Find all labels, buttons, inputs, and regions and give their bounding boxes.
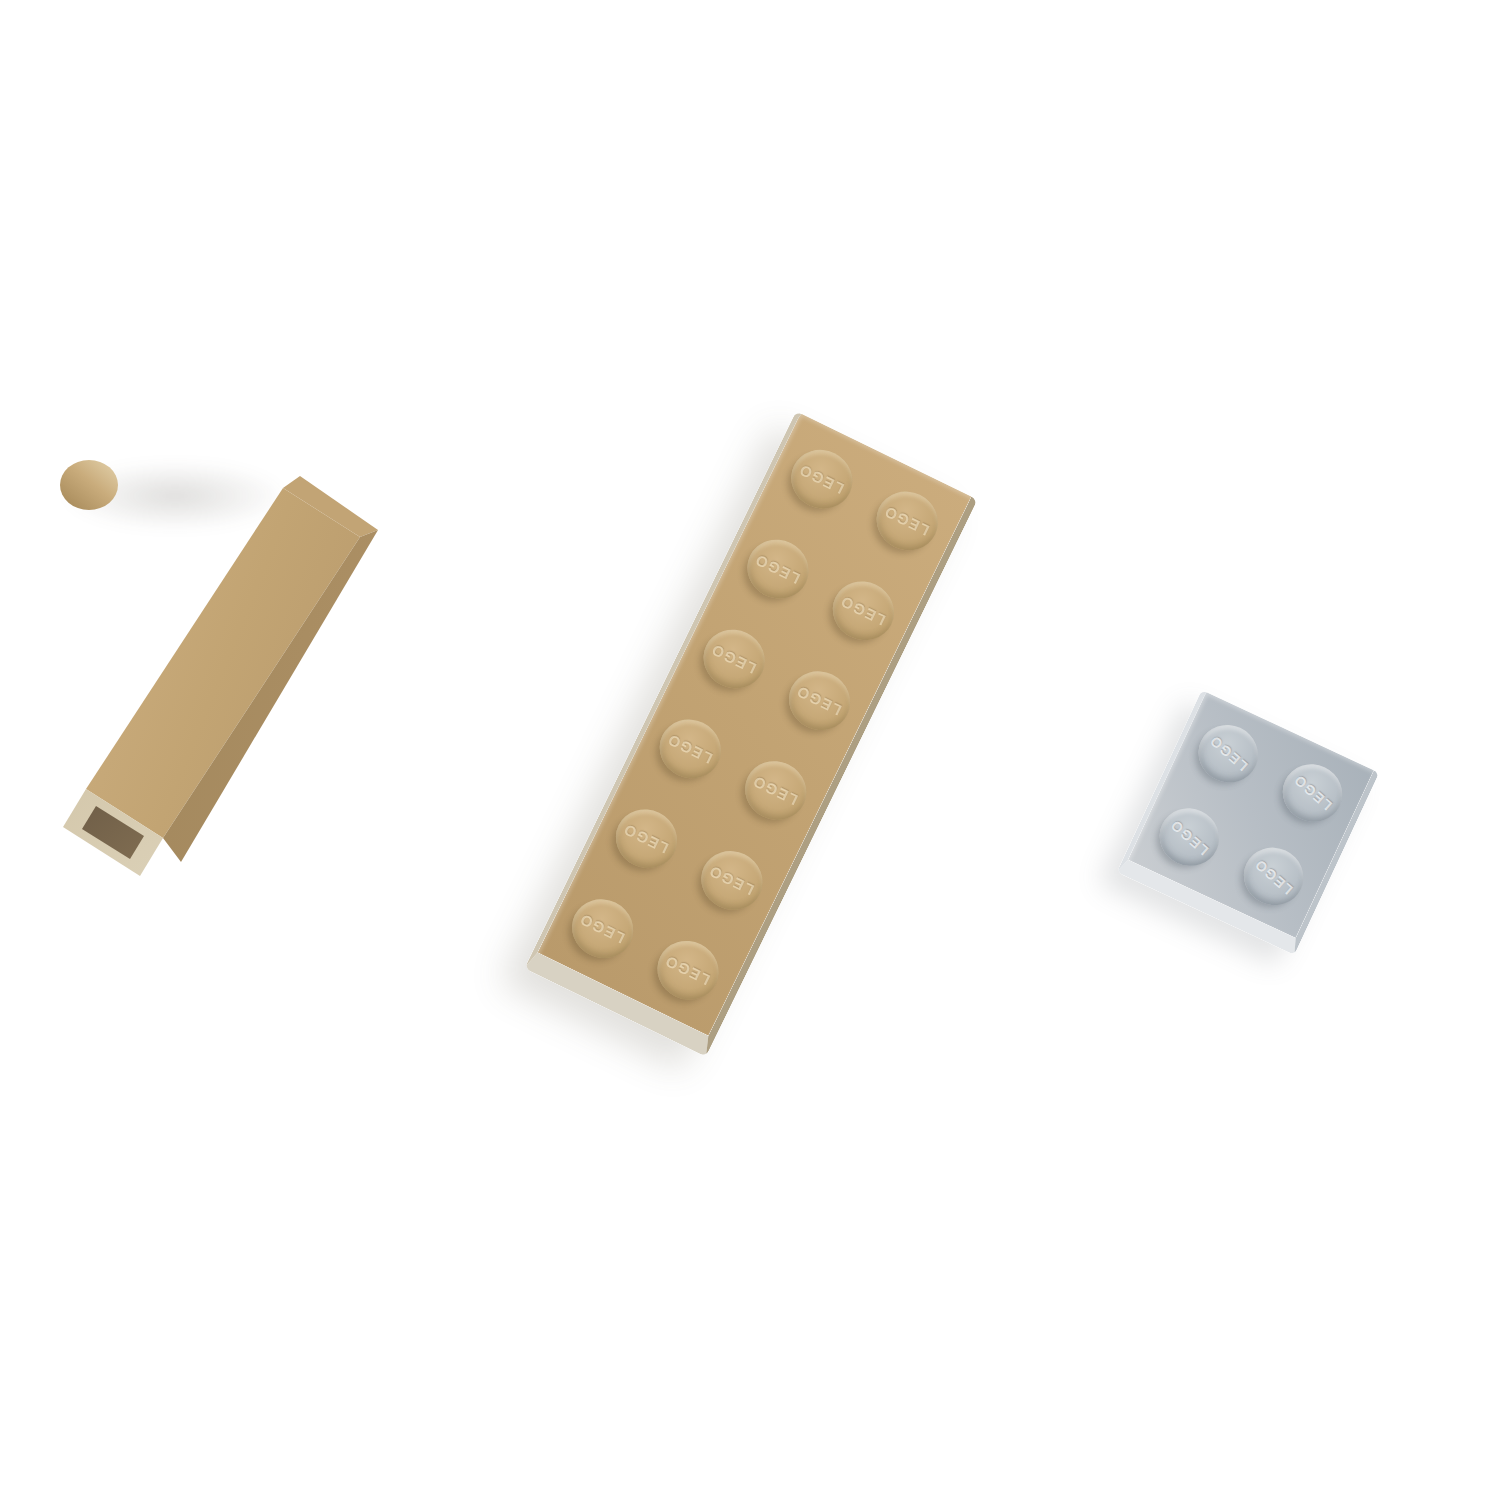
stud-lego-embossing: LEGO — [1207, 733, 1251, 774]
stud: LEGO — [735, 751, 816, 830]
stud-lego-embossing: LEGO — [1251, 856, 1295, 897]
stud: LEGO — [866, 481, 947, 560]
stud: LEGO — [605, 799, 686, 878]
stud: LEGO — [647, 930, 728, 1009]
plate-2x6: LEGOLEGOLEGOLEGOLEGOLEGOLEGOLEGOLEGOLEGO… — [524, 411, 977, 1057]
stud: LEGO — [562, 889, 643, 968]
stud: LEGO — [1150, 799, 1228, 876]
stud-lego-embossing: LEGO — [752, 552, 802, 587]
stud: LEGO — [691, 841, 772, 920]
stud-lego-embossing: LEGO — [794, 683, 844, 718]
stud-lego-embossing: LEGO — [577, 911, 627, 946]
stud-lego-embossing: LEGO — [838, 593, 888, 628]
stud — [60, 460, 118, 510]
stud: LEGO — [1273, 754, 1351, 831]
stud: LEGO — [822, 571, 903, 650]
stud: LEGO — [649, 709, 730, 788]
brick-1x1x3 — [60, 460, 400, 890]
stud: LEGO — [1234, 838, 1312, 915]
stud-lego-embossing: LEGO — [796, 462, 846, 497]
stud: LEGO — [1189, 715, 1267, 792]
stud: LEGO — [781, 439, 862, 518]
stud-lego-embossing: LEGO — [706, 863, 756, 898]
stud-lego-embossing: LEGO — [709, 641, 759, 676]
stud: LEGO — [737, 529, 818, 608]
stud-lego-embossing: LEGO — [662, 953, 712, 988]
plate-2x2: LEGOLEGOLEGOLEGO — [1117, 690, 1380, 955]
stud: LEGO — [779, 661, 860, 740]
stud-lego-embossing: LEGO — [882, 503, 932, 538]
stud-lego-embossing: LEGO — [1168, 817, 1212, 858]
photo-stage: LEGOLEGOLEGOLEGOLEGOLEGOLEGOLEGOLEGOLEGO… — [0, 0, 1500, 1500]
stud-lego-embossing: LEGO — [665, 731, 715, 766]
stud-lego-embossing: LEGO — [621, 821, 671, 856]
stud-lego-embossing: LEGO — [1291, 772, 1335, 813]
stud-lego-embossing: LEGO — [750, 773, 800, 808]
stud: LEGO — [693, 619, 774, 698]
